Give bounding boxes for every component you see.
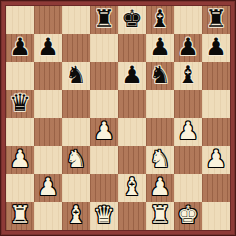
square-f8[interactable]: ♝ xyxy=(146,6,174,34)
black-king-e8: ♚ xyxy=(121,6,143,33)
square-b3[interactable] xyxy=(34,146,62,174)
black-pawn-f7: ♟ xyxy=(149,34,171,61)
black-pawn-g7: ♟ xyxy=(177,34,199,61)
square-g4[interactable]: ♟ xyxy=(174,118,202,146)
white-king-g1: ♚ xyxy=(177,202,199,229)
square-e2[interactable]: ♝ xyxy=(118,174,146,202)
chess-board: ♜♚♝♜♟♟♟♟♟♞♟♞♝♛♟♟♟♞♞♟♟♝♟♜♝♛♜♚ xyxy=(6,6,230,230)
white-knight-f3: ♞ xyxy=(149,146,171,173)
white-rook-f1: ♜ xyxy=(149,202,171,229)
square-g8[interactable] xyxy=(174,6,202,34)
square-d3[interactable] xyxy=(90,146,118,174)
white-bishop-e2: ♝ xyxy=(121,174,143,201)
square-h3[interactable]: ♟ xyxy=(202,146,230,174)
black-queen-a5: ♛ xyxy=(9,90,31,117)
square-e1[interactable] xyxy=(118,202,146,230)
square-a1[interactable]: ♜ xyxy=(6,202,34,230)
white-rook-a1: ♜ xyxy=(9,202,31,229)
black-rook-h8: ♜ xyxy=(205,6,227,33)
square-f6[interactable]: ♞ xyxy=(146,62,174,90)
square-b4[interactable] xyxy=(34,118,62,146)
white-knight-c3: ♞ xyxy=(65,146,87,173)
square-h2[interactable] xyxy=(202,174,230,202)
square-h7[interactable]: ♟ xyxy=(202,34,230,62)
square-f7[interactable]: ♟ xyxy=(146,34,174,62)
square-g3[interactable] xyxy=(174,146,202,174)
square-e6[interactable]: ♟ xyxy=(118,62,146,90)
square-g2[interactable] xyxy=(174,174,202,202)
black-pawn-e6: ♟ xyxy=(121,62,143,89)
square-b2[interactable]: ♟ xyxy=(34,174,62,202)
square-c2[interactable] xyxy=(62,174,90,202)
square-f1[interactable]: ♜ xyxy=(146,202,174,230)
square-d7[interactable] xyxy=(90,34,118,62)
square-e5[interactable] xyxy=(118,90,146,118)
square-f2[interactable]: ♟ xyxy=(146,174,174,202)
square-c4[interactable] xyxy=(62,118,90,146)
square-h4[interactable] xyxy=(202,118,230,146)
white-pawn-f2: ♟ xyxy=(149,174,171,201)
square-h5[interactable] xyxy=(202,90,230,118)
square-b8[interactable] xyxy=(34,6,62,34)
square-d4[interactable]: ♟ xyxy=(90,118,118,146)
black-rook-d8: ♜ xyxy=(93,6,115,33)
square-g5[interactable] xyxy=(174,90,202,118)
square-d1[interactable]: ♛ xyxy=(90,202,118,230)
board-frame: ♜♚♝♜♟♟♟♟♟♞♟♞♝♛♟♟♟♞♞♟♟♝♟♜♝♛♜♚ xyxy=(0,0,236,236)
square-d8[interactable]: ♜ xyxy=(90,6,118,34)
square-g1[interactable]: ♚ xyxy=(174,202,202,230)
white-pawn-h3: ♟ xyxy=(205,146,227,173)
square-f5[interactable] xyxy=(146,90,174,118)
white-pawn-d4: ♟ xyxy=(93,118,115,145)
black-pawn-b7: ♟ xyxy=(37,34,59,61)
square-d5[interactable] xyxy=(90,90,118,118)
square-d2[interactable] xyxy=(90,174,118,202)
square-c7[interactable] xyxy=(62,34,90,62)
square-a6[interactable] xyxy=(6,62,34,90)
black-bishop-g6: ♝ xyxy=(177,62,199,89)
square-e3[interactable] xyxy=(118,146,146,174)
square-d6[interactable] xyxy=(90,62,118,90)
square-b1[interactable] xyxy=(34,202,62,230)
square-b7[interactable]: ♟ xyxy=(34,34,62,62)
black-pawn-a7: ♟ xyxy=(9,34,31,61)
black-pawn-h7: ♟ xyxy=(205,34,227,61)
square-e7[interactable] xyxy=(118,34,146,62)
square-c1[interactable]: ♝ xyxy=(62,202,90,230)
square-e4[interactable] xyxy=(118,118,146,146)
square-g7[interactable]: ♟ xyxy=(174,34,202,62)
square-h8[interactable]: ♜ xyxy=(202,6,230,34)
white-bishop-c1: ♝ xyxy=(65,202,87,229)
square-a4[interactable] xyxy=(6,118,34,146)
square-f4[interactable] xyxy=(146,118,174,146)
square-g6[interactable]: ♝ xyxy=(174,62,202,90)
white-pawn-a3: ♟ xyxy=(9,146,31,173)
white-queen-d1: ♛ xyxy=(93,202,115,229)
black-knight-c6: ♞ xyxy=(65,62,87,89)
square-a8[interactable] xyxy=(6,6,34,34)
square-c5[interactable] xyxy=(62,90,90,118)
square-c8[interactable] xyxy=(62,6,90,34)
square-b5[interactable] xyxy=(34,90,62,118)
square-a2[interactable] xyxy=(6,174,34,202)
white-pawn-b2: ♟ xyxy=(37,174,59,201)
square-c6[interactable]: ♞ xyxy=(62,62,90,90)
black-knight-f6: ♞ xyxy=(149,62,171,89)
square-e8[interactable]: ♚ xyxy=(118,6,146,34)
white-pawn-g4: ♟ xyxy=(177,118,199,145)
square-f3[interactable]: ♞ xyxy=(146,146,174,174)
square-c3[interactable]: ♞ xyxy=(62,146,90,174)
black-bishop-f8: ♝ xyxy=(149,6,171,33)
square-a3[interactable]: ♟ xyxy=(6,146,34,174)
square-a5[interactable]: ♛ xyxy=(6,90,34,118)
square-a7[interactable]: ♟ xyxy=(6,34,34,62)
square-b6[interactable] xyxy=(34,62,62,90)
square-h1[interactable] xyxy=(202,202,230,230)
square-h6[interactable] xyxy=(202,62,230,90)
